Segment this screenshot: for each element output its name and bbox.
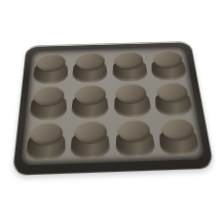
muffin-cup-7 [110,82,154,119]
muffin-cup-4 [147,49,190,82]
pan-floor [21,46,206,165]
muffin-cup-10 [68,120,114,162]
muffin-cup-2 [70,51,110,84]
muffin-pan [12,41,215,176]
muffin-cup-6 [69,84,112,121]
muffin-cup-5 [26,85,70,123]
muffin-cup-3 [109,50,150,83]
cups-grid [22,49,204,163]
muffin-cup-11 [112,118,159,160]
muffin-cup-9 [22,121,69,163]
muffin-cup-8 [151,81,197,118]
product-photo [0,0,222,222]
muffin-cup-12 [154,117,203,159]
muffin-cup-1 [29,53,70,86]
